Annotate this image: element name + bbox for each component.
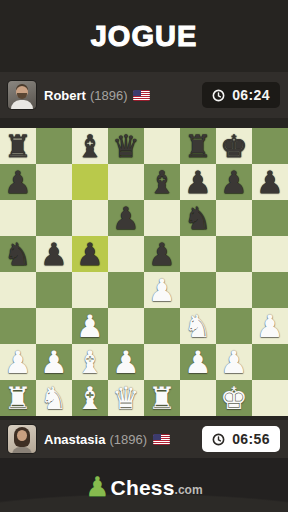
- square-g1[interactable]: ♚: [216, 380, 252, 416]
- square-e3[interactable]: [144, 308, 180, 344]
- square-a3[interactable]: [0, 308, 36, 344]
- square-a4[interactable]: [0, 272, 36, 308]
- square-b6[interactable]: [36, 200, 72, 236]
- square-e1[interactable]: ♜: [144, 380, 180, 416]
- chesscom-logo: ♟ Chess .com: [85, 475, 202, 499]
- square-h1[interactable]: [252, 380, 288, 416]
- piece-white-pawn-e4: ♟: [148, 272, 176, 308]
- piece-white-pawn-a2: ♟: [4, 344, 32, 380]
- piece-white-pawn-h3: ♟: [256, 308, 284, 344]
- piece-white-pawn-b2: ♟: [40, 344, 68, 380]
- square-e2[interactable]: [144, 344, 180, 380]
- header: JOGUE: [0, 0, 288, 72]
- square-g6[interactable]: [216, 200, 252, 236]
- square-b8[interactable]: [36, 128, 72, 164]
- square-a6[interactable]: [0, 200, 36, 236]
- spacer: [0, 118, 288, 128]
- piece-white-pawn-c3: ♟: [76, 308, 104, 344]
- piece-white-rook-a1: ♜: [4, 380, 32, 416]
- opponent-player-bar: Robert (1896) 06:24: [0, 72, 288, 118]
- square-c7[interactable]: [72, 164, 108, 200]
- player-player-bar: Anastasia (1896) 06:56: [0, 420, 288, 458]
- page-title: JOGUE: [91, 20, 198, 53]
- square-h6[interactable]: [252, 200, 288, 236]
- opponent-clock-time: 06:24: [232, 87, 270, 103]
- square-b4[interactable]: [36, 272, 72, 308]
- square-a5[interactable]: ♞: [0, 236, 36, 272]
- square-d8[interactable]: ♛: [108, 128, 144, 164]
- us-flag-icon: [133, 90, 150, 101]
- square-e5[interactable]: ♟: [144, 236, 180, 272]
- piece-white-queen-d1: ♛: [112, 380, 140, 416]
- chess-board: ♜♝♛♜♚♟♝♟♟♟♟♞♞♟♟♟♟♟♞♟♟♟♝♟♟♟♜♞♝♛♜♚: [0, 128, 288, 416]
- piece-black-pawn-a7: ♟: [4, 164, 32, 200]
- avatar-beard: [17, 93, 27, 99]
- opponent-name: Robert: [44, 88, 86, 103]
- piece-white-king-g1: ♚: [220, 380, 248, 416]
- pawn-logo-icon: ♟: [85, 475, 109, 499]
- square-c4[interactable]: [72, 272, 108, 308]
- square-d4[interactable]: [108, 272, 144, 308]
- piece-white-rook-e1: ♜: [148, 380, 176, 416]
- player-clock-time: 06:56: [232, 431, 270, 447]
- square-h2[interactable]: [252, 344, 288, 380]
- square-d5[interactable]: [108, 236, 144, 272]
- square-b5[interactable]: ♟: [36, 236, 72, 272]
- square-f3[interactable]: ♞: [180, 308, 216, 344]
- square-c2[interactable]: ♝: [72, 344, 108, 380]
- piece-black-rook-f8: ♜: [184, 128, 212, 164]
- piece-black-pawn-b5: ♟: [40, 236, 68, 272]
- clock-icon: [212, 89, 225, 102]
- avatar-shirt: [12, 447, 32, 453]
- square-f4[interactable]: [180, 272, 216, 308]
- square-b1[interactable]: ♞: [36, 380, 72, 416]
- square-c6[interactable]: [72, 200, 108, 236]
- square-b7[interactable]: [36, 164, 72, 200]
- square-g8[interactable]: ♚: [216, 128, 252, 164]
- piece-white-knight-b1: ♞: [40, 380, 68, 416]
- square-d3[interactable]: [108, 308, 144, 344]
- piece-black-pawn-d6: ♟: [112, 200, 140, 236]
- app-screen: JOGUE Robert (1896) 06:24 ♜♝♛♜♚♟♝♟♟♟♟♞♞♟…: [0, 0, 288, 512]
- square-h3[interactable]: ♟: [252, 308, 288, 344]
- piece-black-pawn-c5: ♟: [76, 236, 104, 272]
- piece-white-bishop-c2: ♝: [76, 344, 104, 380]
- piece-black-rook-a8: ♜: [4, 128, 32, 164]
- square-e4[interactable]: ♟: [144, 272, 180, 308]
- piece-black-pawn-e5: ♟: [148, 236, 176, 272]
- square-c8[interactable]: ♝: [72, 128, 108, 164]
- square-d1[interactable]: ♛: [108, 380, 144, 416]
- avatar-face: [17, 430, 27, 441]
- square-h8[interactable]: [252, 128, 288, 164]
- piece-white-knight-f3: ♞: [184, 308, 212, 344]
- brand-name: Chess: [111, 477, 175, 499]
- square-h4[interactable]: [252, 272, 288, 308]
- player-avatar[interactable]: [8, 425, 36, 453]
- piece-black-queen-d8: ♛: [112, 128, 140, 164]
- square-f1[interactable]: [180, 380, 216, 416]
- clock-icon: [212, 433, 225, 446]
- brand-suffix: .com: [175, 482, 203, 499]
- piece-black-pawn-f7: ♟: [184, 164, 212, 200]
- piece-white-pawn-g2: ♟: [220, 344, 248, 380]
- footer: ♟ Chess .com: [0, 458, 288, 512]
- square-c3[interactable]: ♟: [72, 308, 108, 344]
- square-h5[interactable]: [252, 236, 288, 272]
- square-g5[interactable]: [216, 236, 252, 272]
- piece-black-pawn-h7: ♟: [256, 164, 284, 200]
- square-g2[interactable]: ♟: [216, 344, 252, 380]
- opponent-avatar[interactable]: [8, 81, 36, 109]
- piece-black-knight-f6: ♞: [184, 200, 212, 236]
- piece-white-pawn-f2: ♟: [184, 344, 212, 380]
- square-e6[interactable]: [144, 200, 180, 236]
- us-flag-icon: [153, 434, 170, 445]
- piece-black-pawn-g7: ♟: [220, 164, 248, 200]
- player-clock: 06:56: [202, 426, 280, 452]
- square-f6[interactable]: ♞: [180, 200, 216, 236]
- opponent-info: Robert (1896): [44, 88, 150, 103]
- square-f8[interactable]: ♜: [180, 128, 216, 164]
- square-c5[interactable]: ♟: [72, 236, 108, 272]
- piece-black-king-g8: ♚: [220, 128, 248, 164]
- avatar-shirt: [11, 100, 33, 109]
- square-f5[interactable]: [180, 236, 216, 272]
- piece-black-bishop-e7: ♝: [148, 164, 176, 200]
- square-d2[interactable]: ♟: [108, 344, 144, 380]
- player-info: Anastasia (1896): [44, 432, 170, 447]
- square-b3[interactable]: [36, 308, 72, 344]
- opponent-clock: 06:24: [202, 82, 280, 108]
- square-g4[interactable]: [216, 272, 252, 308]
- square-d7[interactable]: [108, 164, 144, 200]
- player-rating: (1896): [109, 432, 147, 447]
- square-g3[interactable]: [216, 308, 252, 344]
- square-e8[interactable]: [144, 128, 180, 164]
- player-name: Anastasia: [44, 432, 105, 447]
- piece-black-knight-a5: ♞: [4, 236, 32, 272]
- square-e7[interactable]: ♝: [144, 164, 180, 200]
- piece-white-bishop-c1: ♝: [76, 380, 104, 416]
- square-a2[interactable]: ♟: [0, 344, 36, 380]
- opponent-rating: (1896): [90, 88, 128, 103]
- square-g7[interactable]: ♟: [216, 164, 252, 200]
- square-c1[interactable]: ♝: [72, 380, 108, 416]
- square-a1[interactable]: ♜: [0, 380, 36, 416]
- piece-white-pawn-d2: ♟: [112, 344, 140, 380]
- square-f7[interactable]: ♟: [180, 164, 216, 200]
- square-b2[interactable]: ♟: [36, 344, 72, 380]
- piece-black-bishop-c8: ♝: [76, 128, 104, 164]
- square-f2[interactable]: ♟: [180, 344, 216, 380]
- square-a7[interactable]: ♟: [0, 164, 36, 200]
- square-a8[interactable]: ♜: [0, 128, 36, 164]
- square-h7[interactable]: ♟: [252, 164, 288, 200]
- square-d6[interactable]: ♟: [108, 200, 144, 236]
